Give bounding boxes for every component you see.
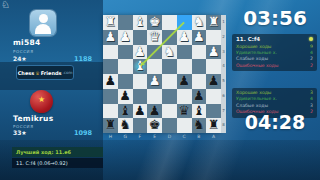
white-rook: ♜ — [206, 15, 221, 30]
white-pawn: ♟ — [147, 74, 162, 89]
square-f5[interactable] — [133, 74, 148, 89]
file-coordinates: hgfedcba — [103, 133, 221, 141]
file-label-f: f — [133, 133, 148, 141]
square-c3[interactable] — [177, 45, 192, 60]
square-d1[interactable] — [162, 15, 177, 30]
black-pawn: ♟ — [133, 104, 148, 119]
square-h2[interactable]: ♟ — [103, 30, 118, 45]
shield-icon: ♕ — [35, 70, 39, 76]
white-player-rating: 1188 — [58, 55, 92, 63]
rank-label-5: 5 — [221, 74, 226, 89]
current-move-header: 11. С:f4 — [236, 36, 313, 42]
chess-board[interactable]: ♜♝♚♞♜♟♟♛♟♟♟♞♟♝♟♟♟♟♟♟♝♟♟♛♝♜♞♚♞♜ — [103, 15, 221, 133]
square-e5[interactable]: ♟ — [147, 74, 162, 89]
square-b3[interactable] — [192, 45, 207, 60]
square-e2[interactable]: ♛ — [147, 30, 162, 45]
square-a8[interactable]: ♜ — [206, 118, 221, 133]
white-bishop: ♝ — [133, 59, 148, 74]
square-f6[interactable] — [133, 89, 148, 104]
square-g6[interactable]: ♟ — [118, 89, 133, 104]
square-e7[interactable]: ♟ — [147, 104, 162, 119]
black-rook: ♜ — [206, 118, 221, 133]
white-pawn: ♟ — [118, 30, 133, 45]
square-d4[interactable] — [162, 59, 177, 74]
square-c6[interactable] — [177, 89, 192, 104]
square-g2[interactable]: ♟ — [118, 30, 133, 45]
black-king: ♚ — [147, 118, 162, 133]
square-e4[interactable] — [147, 59, 162, 74]
square-g5[interactable] — [118, 74, 133, 89]
stats-row: Ошибочные ходы2 — [236, 63, 313, 69]
black-player-stars: 33★ — [13, 129, 27, 136]
rank-label-6: 6 — [221, 89, 226, 104]
square-h1[interactable]: ♜ — [103, 15, 118, 30]
square-f7[interactable]: ♟ — [133, 104, 148, 119]
square-h6[interactable] — [103, 89, 118, 104]
square-d5[interactable] — [162, 74, 177, 89]
rank-label-1: 1 — [221, 15, 226, 30]
move-quality-dot — [309, 37, 313, 41]
white-bishop: ♝ — [133, 15, 148, 30]
file-label-b: b — [192, 133, 207, 141]
black-pawn: ♟ — [118, 89, 133, 104]
chess-board-area: ♜♝♚♞♜♟♟♛♟♟♟♞♟♝♟♟♟♟♟♟♝♟♟♛♝♜♞♚♞♜ 12345678 … — [103, 15, 221, 133]
square-g1[interactable] — [118, 15, 133, 30]
black-pawn: ♟ — [177, 74, 192, 89]
white-queen: ♛ — [147, 30, 162, 45]
square-f8[interactable] — [133, 118, 148, 133]
square-b1[interactable]: ♞ — [192, 15, 207, 30]
white-pawn: ♟ — [192, 30, 207, 45]
square-f1[interactable]: ♝ — [133, 15, 148, 30]
black-knight: ♞ — [192, 118, 207, 133]
white-pawn: ♟ — [206, 45, 221, 60]
rank-label-3: 3 — [221, 45, 226, 60]
current-move-label: 11. С:f4 — [236, 36, 260, 42]
rank-coordinates: 12345678 — [221, 15, 226, 133]
white-rook: ♜ — [103, 15, 118, 30]
file-label-g: g — [118, 133, 133, 141]
stats-row-value: 2 — [310, 63, 313, 69]
white-knight: ♞ — [192, 15, 207, 30]
avatar-emblem-star: ★ — [30, 95, 53, 104]
square-b4[interactable] — [192, 59, 207, 74]
avatar-head — [39, 14, 48, 23]
square-g8[interactable]: ♞ — [118, 118, 133, 133]
rank-label-2: 2 — [221, 30, 226, 45]
black-player-name: Temikrus — [13, 114, 53, 123]
square-b7[interactable]: ♝ — [192, 104, 207, 119]
square-e3[interactable] — [147, 45, 162, 60]
white-clock: 03:56 — [234, 6, 316, 30]
white-pawn: ♟ — [177, 30, 192, 45]
white-player-name: mi584 — [13, 38, 41, 47]
knight-icon: ♘ — [1, 0, 10, 10]
square-f3[interactable]: ♟ — [133, 45, 148, 60]
square-a2[interactable] — [206, 30, 221, 45]
square-h8[interactable]: ♜ — [103, 118, 118, 133]
square-d8[interactable] — [162, 118, 177, 133]
white-pawn: ♟ — [103, 30, 118, 45]
black-rook: ♜ — [103, 118, 118, 133]
rank-label-8: 8 — [221, 118, 226, 133]
square-b8[interactable]: ♞ — [192, 118, 207, 133]
black-clock: 04:28 — [234, 111, 316, 133]
site-logo: Chess ♕ Friends .com — [16, 65, 74, 80]
played-move-eval-text: 11. С:f4 (0.06→0.92) — [12, 158, 103, 168]
square-c1[interactable] — [177, 15, 192, 30]
site-logo-tld: .com — [63, 70, 73, 75]
avatar — [30, 10, 56, 36]
square-c2[interactable]: ♟ — [177, 30, 192, 45]
avatar-torso — [35, 24, 51, 34]
white-king: ♚ — [147, 15, 162, 30]
file-label-c: c — [177, 133, 192, 141]
file-label-d: d — [162, 133, 177, 141]
site-logo-word1: Chess — [18, 70, 35, 76]
file-label-a: a — [206, 133, 221, 141]
black-pawn: ♟ — [192, 89, 207, 104]
square-h4[interactable] — [103, 59, 118, 74]
square-e1[interactable]: ♚ — [147, 15, 162, 30]
avatar: ★ — [30, 90, 53, 113]
square-d3[interactable]: ♞ — [162, 45, 177, 60]
rank-label-7: 7 — [221, 104, 226, 119]
white-move-stats-box: 11. С:f4 Хорошие ходы9Удивительные х.4Сл… — [232, 34, 317, 71]
square-c5[interactable]: ♟ — [177, 74, 192, 89]
square-e6[interactable] — [147, 89, 162, 104]
square-d7[interactable] — [162, 104, 177, 119]
square-a6[interactable] — [206, 89, 221, 104]
black-pawn: ♟ — [103, 74, 118, 89]
best-move-text: Лучший ход: 11.e6 — [12, 147, 103, 157]
square-a4[interactable] — [206, 59, 221, 74]
stats-row-label: Ошибочные ходы — [236, 63, 278, 69]
chessfriends-game-screen: ♘ mi584 РОССИЯ 24★ 1188 Chess ♕ Friends … — [0, 0, 320, 180]
square-g7[interactable]: ♝ — [118, 104, 133, 119]
square-c7[interactable]: ♛ — [177, 104, 192, 119]
square-b6[interactable]: ♟ — [192, 89, 207, 104]
black-queen: ♛ — [177, 104, 192, 119]
square-e8[interactable]: ♚ — [147, 118, 162, 133]
white-player-stars: 24★ — [13, 55, 27, 62]
square-a7[interactable] — [206, 104, 221, 119]
black-pawn: ♟ — [206, 74, 221, 89]
white-player-country: РОССИЯ — [13, 49, 34, 54]
black-knight: ♞ — [118, 118, 133, 133]
square-b5[interactable] — [192, 74, 207, 89]
square-b2[interactable]: ♟ — [192, 30, 207, 45]
black-pawn: ♟ — [147, 104, 162, 119]
square-f2[interactable] — [133, 30, 148, 45]
white-pawn: ♟ — [133, 45, 148, 60]
square-h5[interactable]: ♟ — [103, 74, 118, 89]
file-label-e: e — [147, 133, 162, 141]
rank-label-4: 4 — [221, 59, 226, 74]
square-c4[interactable] — [177, 59, 192, 74]
square-a5[interactable]: ♟ — [206, 74, 221, 89]
site-logo-word2: Friends — [41, 70, 62, 76]
black-bishop: ♝ — [192, 104, 207, 119]
square-g4[interactable] — [118, 59, 133, 74]
white-knight: ♞ — [162, 45, 177, 60]
square-a3[interactable]: ♟ — [206, 45, 221, 60]
black-bishop: ♝ — [118, 104, 133, 119]
square-f4[interactable]: ♝ — [133, 59, 148, 74]
square-h3[interactable] — [103, 45, 118, 60]
square-a1[interactable]: ♜ — [206, 15, 221, 30]
square-g3[interactable] — [118, 45, 133, 60]
engine-analysis-box: Лучший ход: 11.e6 11. С:f4 (0.06→0.92) — [12, 147, 103, 168]
square-d6[interactable] — [162, 89, 177, 104]
black-player-rating: 1098 — [58, 129, 92, 137]
square-h7[interactable] — [103, 104, 118, 119]
square-d2[interactable] — [162, 30, 177, 45]
file-label-h: h — [103, 133, 118, 141]
square-c8[interactable] — [177, 118, 192, 133]
